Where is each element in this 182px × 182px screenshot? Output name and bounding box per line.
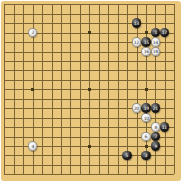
move-number: 14 bbox=[153, 40, 158, 45]
move-number: 5 bbox=[126, 153, 128, 158]
move-number: 19 bbox=[144, 106, 149, 111]
move-number: 7 bbox=[154, 134, 156, 139]
star-point bbox=[88, 145, 91, 148]
grid-line-vertical bbox=[127, 4, 128, 174]
move-number: 9 bbox=[154, 144, 156, 149]
star-point bbox=[145, 31, 148, 34]
star-point bbox=[88, 88, 91, 91]
move-number: 17 bbox=[162, 30, 167, 35]
grid-line-vertical bbox=[108, 4, 109, 174]
move-number: 4 bbox=[31, 144, 33, 149]
grid-line-horizontal bbox=[4, 174, 174, 175]
white-stone[interactable]: 10 bbox=[141, 113, 150, 122]
move-number: 20 bbox=[134, 106, 139, 111]
black-stone[interactable]: 21 bbox=[151, 103, 160, 112]
grid-line-vertical bbox=[137, 4, 138, 174]
white-stone[interactable]: 8 bbox=[151, 122, 160, 131]
move-number: 3 bbox=[145, 153, 147, 158]
white-stone[interactable]: 20 bbox=[132, 103, 141, 112]
grid-line-horizontal bbox=[4, 99, 174, 100]
star-point bbox=[88, 31, 91, 34]
star-point bbox=[145, 88, 148, 91]
white-stone[interactable]: 16 bbox=[141, 47, 150, 56]
black-stone[interactable]: 5 bbox=[122, 151, 131, 160]
grid-line-horizontal bbox=[4, 127, 174, 128]
move-number: 8 bbox=[154, 125, 156, 130]
grid-line-horizontal bbox=[4, 165, 174, 166]
move-number: 21 bbox=[153, 106, 158, 111]
white-stone[interactable]: 6 bbox=[141, 132, 150, 141]
move-number: 18 bbox=[153, 49, 158, 54]
white-stone[interactable]: 12 bbox=[132, 37, 141, 46]
grid-line-vertical bbox=[174, 4, 175, 174]
star-point bbox=[145, 145, 148, 148]
move-number: 10 bbox=[144, 115, 149, 120]
white-stone[interactable]: 14 bbox=[151, 37, 160, 46]
black-stone[interactable]: 13 bbox=[132, 18, 141, 27]
move-number: 2 bbox=[31, 30, 33, 35]
move-number: 6 bbox=[145, 134, 147, 139]
black-stone[interactable]: 15 bbox=[141, 37, 150, 46]
star-point bbox=[31, 88, 34, 91]
move-number: 12 bbox=[134, 40, 139, 45]
black-stone[interactable]: 9 bbox=[151, 141, 160, 150]
go-board-diagram: 123456789101112131415161718192021 bbox=[0, 0, 182, 182]
move-number: 15 bbox=[144, 40, 149, 45]
move-number: 13 bbox=[134, 21, 139, 26]
black-stone[interactable]: 19 bbox=[141, 103, 150, 112]
grid-line-vertical bbox=[118, 4, 119, 174]
black-stone[interactable]: 3 bbox=[141, 151, 150, 160]
white-stone[interactable]: 4 bbox=[28, 141, 37, 150]
move-number: 1 bbox=[154, 30, 156, 35]
grid-line-vertical bbox=[99, 4, 100, 174]
move-number: 16 bbox=[144, 49, 149, 54]
move-number: 11 bbox=[162, 125, 167, 130]
